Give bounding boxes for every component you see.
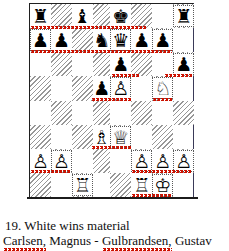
white-pawn-f2: ♙ bbox=[131, 150, 152, 172]
square-b5 bbox=[51, 76, 72, 100]
black-pawn-a7: ♟ bbox=[30, 29, 51, 51]
black-pawn-h6: ♟ bbox=[173, 53, 194, 75]
square-e8: ♚ bbox=[110, 4, 131, 28]
square-a6 bbox=[30, 52, 51, 76]
square-h3 bbox=[173, 125, 194, 149]
square-a7: ♟ bbox=[30, 28, 51, 52]
square-b3 bbox=[51, 125, 72, 149]
square-f7: ♟ bbox=[131, 28, 152, 52]
square-f5 bbox=[131, 76, 152, 100]
spellcheck-squiggle bbox=[152, 98, 172, 101]
caption-text: Gustav bbox=[172, 233, 212, 248]
square-h1 bbox=[173, 173, 194, 197]
square-h5 bbox=[173, 76, 194, 100]
square-b6 bbox=[51, 52, 72, 76]
white-pawn-b2: ♙ bbox=[51, 150, 72, 172]
square-d4 bbox=[93, 101, 110, 125]
square-c4 bbox=[72, 101, 93, 125]
square-c1: ♖ bbox=[72, 173, 93, 197]
black-pawn-b7: ♟ bbox=[53, 30, 70, 50]
spellcheck-squiggle bbox=[164, 74, 192, 77]
black-queen-e7: ♛ bbox=[110, 29, 131, 51]
black-knight-d7: ♞ bbox=[93, 30, 110, 50]
square-c8: ♝ bbox=[72, 4, 93, 28]
square-b8 bbox=[51, 4, 72, 28]
white-queen-e3: ♕ bbox=[110, 126, 131, 148]
square-h8: ♜ bbox=[173, 4, 194, 28]
spellcheck-squiggle bbox=[131, 194, 172, 197]
caption-text: Magnus - bbox=[46, 233, 102, 248]
square-d7: ♞ bbox=[93, 28, 110, 52]
black-pawn-g7: ♟ bbox=[152, 29, 173, 51]
square-h6: ♟ bbox=[173, 52, 194, 76]
square-c6 bbox=[72, 52, 93, 76]
square-g5: ♘ bbox=[152, 76, 173, 100]
square-h7 bbox=[173, 28, 194, 52]
players-line: Carlsen, Magnus - Gulbrandsen, Gustav bbox=[3, 233, 212, 249]
square-c5 bbox=[72, 76, 93, 100]
spellcheck-squiggle bbox=[91, 98, 132, 101]
board-bottom-rule bbox=[27, 197, 198, 199]
black-bishop-c8: ♝ bbox=[74, 6, 91, 26]
black-rook-h8: ♜ bbox=[173, 5, 194, 27]
white-pawn-e5: ♙ bbox=[110, 77, 131, 99]
square-f6 bbox=[131, 52, 152, 76]
square-d2 bbox=[93, 149, 110, 173]
black-king-e8: ♚ bbox=[112, 6, 129, 26]
square-b1 bbox=[51, 173, 72, 197]
square-f3 bbox=[131, 125, 152, 149]
square-e1 bbox=[110, 173, 131, 197]
square-d1 bbox=[93, 173, 110, 197]
spellcheck-squiggle bbox=[111, 74, 139, 77]
square-a3 bbox=[30, 125, 51, 149]
square-d6 bbox=[93, 52, 110, 76]
square-g3 bbox=[152, 125, 173, 149]
square-g8 bbox=[152, 4, 173, 28]
black-pawn-d5: ♟ bbox=[93, 78, 110, 98]
square-g4 bbox=[152, 101, 173, 125]
misspelled-word: Gulbrandsen, bbox=[102, 233, 172, 251]
square-a5 bbox=[30, 76, 51, 100]
spellcheck-squiggle bbox=[91, 146, 132, 149]
diagram-caption: 19. White wins material bbox=[5, 218, 130, 234]
square-e7: ♛ bbox=[110, 28, 131, 52]
square-g6 bbox=[152, 52, 173, 76]
misspelled-word: Carlsen, bbox=[3, 233, 46, 251]
square-c7 bbox=[72, 28, 93, 52]
square-f4 bbox=[131, 101, 152, 125]
square-b7: ♟ bbox=[51, 28, 72, 52]
square-e5: ♙ bbox=[110, 76, 131, 100]
square-a1 bbox=[30, 173, 51, 197]
black-pawn-f7: ♟ bbox=[133, 30, 150, 50]
square-a8: ♜ bbox=[30, 4, 51, 28]
square-a4 bbox=[30, 101, 51, 125]
white-pawn-a2: ♙ bbox=[32, 151, 49, 171]
spellcheck-squiggle bbox=[30, 170, 71, 173]
square-h4 bbox=[173, 101, 194, 125]
square-e4 bbox=[110, 101, 131, 125]
white-pawn-g2: ♙ bbox=[154, 151, 171, 171]
white-bishop-d3: ♗ bbox=[93, 127, 110, 147]
white-rook-c1: ♖ bbox=[72, 174, 93, 196]
square-e2 bbox=[110, 149, 131, 173]
spellcheck-squiggle bbox=[131, 170, 192, 173]
spellcheck-squiggle bbox=[30, 50, 172, 53]
chess-board: ♜♝♚♜♟♟♞♛♟♟♟♟♟♙♘♗♕♙♙♙♙♙♖♖♔ bbox=[29, 3, 194, 197]
square-d8 bbox=[93, 4, 110, 28]
square-e6: ♟ bbox=[110, 52, 131, 76]
square-c2 bbox=[72, 149, 93, 173]
square-f8 bbox=[131, 4, 152, 28]
square-d5: ♟ bbox=[93, 76, 110, 100]
black-rook-a8: ♜ bbox=[32, 6, 49, 26]
square-g7: ♟ bbox=[152, 28, 173, 52]
white-rook-f1: ♖ bbox=[133, 175, 150, 195]
square-b4 bbox=[51, 101, 72, 125]
white-pawn-h2: ♙ bbox=[173, 150, 194, 172]
spellcheck-squiggle bbox=[30, 26, 147, 29]
black-pawn-e6: ♟ bbox=[112, 54, 129, 74]
white-knight-g5: ♘ bbox=[152, 77, 173, 99]
